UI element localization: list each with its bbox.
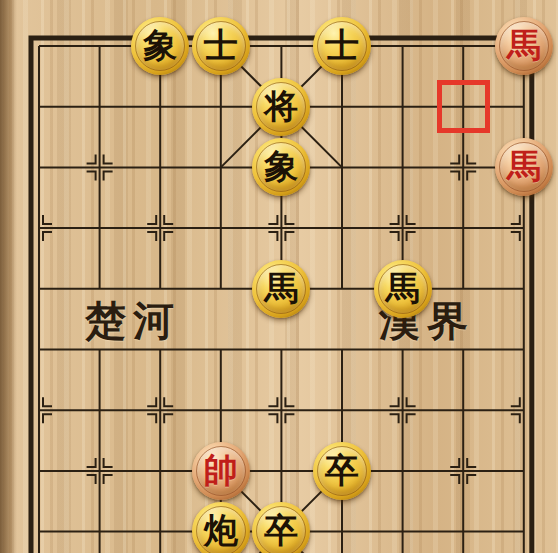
piece-black-advisor[interactable]: 士 [313,17,371,75]
piece-black-soldier[interactable]: 卒 [252,502,310,553]
piece-glyph: 将 [264,89,298,123]
piece-glyph: 馬 [386,271,420,305]
piece-glyph: 士 [325,28,359,62]
piece-glyph: 炮 [204,513,238,547]
piece-black-horse[interactable]: 馬 [252,260,310,318]
piece-black-general[interactable]: 将 [252,78,310,136]
piece-black-advisor[interactable]: 士 [192,17,250,75]
piece-red-horse[interactable]: 馬 [495,138,553,196]
piece-glyph: 馬 [507,28,541,62]
piece-glyph: 帥 [204,453,238,487]
piece-grid: 象士士馬将象馬馬馬帥卒炮卒 [9,16,554,553]
piece-red-general[interactable]: 帥 [192,442,250,500]
piece-glyph: 馬 [264,271,298,305]
piece-glyph: 士 [204,28,238,62]
piece-black-cannon[interactable]: 炮 [192,502,250,553]
piece-black-soldier[interactable]: 卒 [313,442,371,500]
piece-glyph: 卒 [264,513,298,547]
xiangqi-board: 楚河 漢界 象士士馬将象馬馬馬帥卒炮卒 [0,0,558,553]
piece-black-elephant[interactable]: 象 [252,138,310,196]
piece-glyph: 卒 [325,453,359,487]
piece-glyph: 象 [143,28,177,62]
piece-glyph: 象 [264,149,298,183]
piece-black-horse[interactable]: 馬 [374,260,432,318]
piece-glyph: 馬 [507,149,541,183]
last-move-highlight [437,80,490,133]
piece-red-horse[interactable]: 馬 [495,17,553,75]
piece-black-elephant[interactable]: 象 [131,17,189,75]
